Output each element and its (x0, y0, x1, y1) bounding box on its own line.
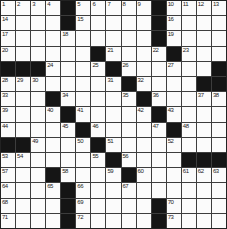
cell-r4c6[interactable] (76, 47, 90, 61)
cell-r4c15[interactable] (212, 47, 226, 61)
clue-number: 20 (2, 47, 8, 54)
cell-r9c9[interactable] (122, 123, 136, 137)
cell-r15c10[interactable] (137, 214, 151, 228)
cell-r14c15[interactable] (212, 199, 226, 213)
clue-number: 68 (2, 199, 8, 206)
cell-r5c4[interactable]: 24 (46, 62, 60, 76)
cell-r12c13[interactable]: 61 (182, 168, 196, 182)
black-cell-r11c14 (197, 153, 211, 167)
cell-r12c10[interactable]: 60 (137, 168, 151, 182)
cell-r14c3[interactable] (31, 199, 45, 213)
black-cell-r5c15 (212, 62, 226, 76)
clue-number: 66 (77, 183, 83, 190)
cell-r14c10[interactable] (137, 199, 151, 213)
cell-r4c4[interactable] (46, 47, 60, 61)
cell-r8c4[interactable]: 40 (46, 107, 60, 121)
cell-r8c12[interactable]: 43 (167, 107, 181, 121)
cell-r13c8[interactable] (106, 183, 120, 197)
cell-r13c2[interactable] (16, 183, 30, 197)
cell-r3c8[interactable] (106, 31, 120, 45)
clue-number: 60 (138, 168, 144, 175)
cell-r2c13[interactable] (182, 16, 196, 30)
cell-r7c12[interactable] (167, 92, 181, 106)
cell-r15c6[interactable]: 72 (76, 214, 90, 228)
clue-number: 13 (213, 1, 219, 8)
cell-r3c5[interactable]: 18 (61, 31, 75, 45)
cell-r12c12[interactable] (167, 168, 181, 182)
clue-number: 50 (77, 138, 83, 145)
cell-r5c6[interactable] (76, 62, 90, 76)
cell-r2c12[interactable]: 16 (167, 16, 181, 30)
clue-number: 26 (123, 62, 129, 69)
cell-r13c1[interactable]: 64 (1, 183, 15, 197)
clue-number: 61 (183, 168, 189, 175)
clue-number: 18 (62, 31, 68, 38)
clue-number: 21 (107, 47, 113, 54)
cell-r10c8[interactable]: 51 (106, 138, 120, 152)
cell-r15c4[interactable] (46, 214, 60, 228)
cell-r3c2[interactable] (16, 31, 30, 45)
cell-r12c1[interactable]: 57 (1, 168, 15, 182)
cell-r13c15[interactable] (212, 183, 226, 197)
cell-r9c15[interactable] (212, 123, 226, 137)
cell-r7c14[interactable]: 37 (197, 92, 211, 106)
cell-r6c11[interactable] (152, 77, 166, 91)
clue-number: 7 (107, 1, 110, 8)
cell-r12c7[interactable] (91, 168, 105, 182)
cell-r6c10[interactable]: 32 (137, 77, 151, 91)
cell-r5c11[interactable] (152, 62, 166, 76)
black-cell-r12c9 (122, 168, 136, 182)
cell-r15c12[interactable]: 73 (167, 214, 181, 228)
cell-r2c14[interactable] (197, 16, 211, 30)
cell-r6c2[interactable]: 29 (16, 77, 30, 91)
clue-number: 46 (92, 123, 98, 130)
clue-number: 63 (213, 168, 219, 175)
clue-number: 41 (77, 107, 83, 114)
clue-number: 9 (138, 1, 141, 8)
black-cell-r6c15 (212, 77, 226, 91)
cell-r9c4[interactable] (46, 123, 60, 137)
clue-number: 2 (17, 1, 20, 8)
clue-number: 55 (92, 153, 98, 160)
crossword-grid: 1234567891011121314151617181920212223242… (0, 0, 227, 229)
cell-r7c6[interactable] (76, 92, 90, 106)
clue-number: 65 (47, 183, 53, 190)
cell-r15c2[interactable] (16, 214, 30, 228)
cell-r5c13[interactable] (182, 62, 196, 76)
cell-r3c1[interactable]: 17 (1, 31, 15, 45)
clue-number: 67 (123, 183, 129, 190)
cell-r2c10[interactable] (137, 16, 151, 30)
cell-r4c5[interactable] (61, 47, 75, 61)
cell-r14c1[interactable]: 68 (1, 199, 15, 213)
clue-number: 5 (77, 1, 80, 8)
cell-r13c4[interactable]: 65 (46, 183, 60, 197)
cell-r2c6[interactable]: 15 (76, 16, 90, 30)
cell-r1c13[interactable]: 11 (182, 1, 196, 15)
clue-number: 64 (2, 183, 8, 190)
black-cell-r12c4 (46, 168, 60, 182)
cell-r3c4[interactable] (46, 31, 60, 45)
cell-r3c13[interactable] (182, 31, 196, 45)
clue-number: 42 (138, 107, 144, 114)
cell-r14c6[interactable]: 69 (76, 199, 90, 213)
clue-number: 16 (168, 16, 174, 23)
clue-number: 47 (153, 123, 159, 130)
cell-r12c3[interactable] (31, 168, 45, 182)
cell-r2c9[interactable] (122, 16, 136, 30)
cell-r11c4[interactable] (46, 153, 60, 167)
clue-number: 11 (183, 1, 188, 8)
cell-r9c1[interactable]: 44 (1, 123, 15, 137)
cell-r3c7[interactable] (91, 31, 105, 45)
cell-r9c13[interactable]: 48 (182, 123, 196, 137)
clue-number: 31 (107, 77, 113, 84)
cell-r10c5[interactable] (61, 138, 75, 152)
clue-number: 69 (77, 199, 83, 206)
clue-number: 22 (153, 47, 159, 54)
clue-number: 1 (2, 1, 5, 8)
cell-r3c6[interactable] (76, 31, 90, 45)
cell-r10c13[interactable] (182, 138, 196, 152)
cell-r4c3[interactable] (31, 47, 45, 61)
cell-r9c10[interactable] (137, 123, 151, 137)
clue-number: 37 (198, 92, 204, 99)
clue-number: 27 (168, 62, 174, 69)
clue-number: 54 (17, 153, 23, 160)
clue-number: 39 (2, 107, 8, 114)
cell-r13c10[interactable] (137, 183, 151, 197)
clue-number: 36 (153, 92, 159, 99)
cell-r7c7[interactable] (91, 92, 105, 106)
cell-r11c1[interactable]: 53 (1, 153, 15, 167)
cell-r1c15[interactable]: 13 (212, 1, 226, 15)
clue-number: 34 (62, 92, 68, 99)
cell-r3c15[interactable] (212, 31, 226, 45)
cell-r4c11[interactable]: 22 (152, 47, 166, 61)
cell-r5c5[interactable] (61, 62, 75, 76)
cell-r8c3[interactable] (31, 107, 45, 121)
clue-number: 40 (47, 107, 53, 114)
clue-number: 17 (2, 31, 8, 38)
cell-r1c10[interactable]: 9 (137, 1, 151, 15)
black-cell-r13c5 (61, 183, 75, 197)
cell-r2c3[interactable] (31, 16, 45, 30)
cell-r13c3[interactable] (31, 183, 45, 197)
cell-r1c6[interactable]: 5 (76, 1, 90, 15)
cell-r10c3[interactable]: 49 (31, 138, 45, 152)
cell-r8c13[interactable] (182, 107, 196, 121)
clue-number: 24 (47, 62, 53, 69)
cell-r7c8[interactable] (106, 92, 120, 106)
cell-r9c2[interactable] (16, 123, 30, 137)
cell-r6c7[interactable] (91, 77, 105, 91)
cell-r6c3[interactable]: 30 (31, 77, 45, 91)
cell-r14c14[interactable] (197, 199, 211, 213)
cell-r12c15[interactable]: 63 (212, 168, 226, 182)
cell-r15c7[interactable] (91, 214, 105, 228)
black-cell-r9c6 (76, 123, 90, 137)
black-cell-r11c13 (182, 153, 196, 167)
clue-number: 30 (32, 77, 38, 84)
cell-r8c15[interactable] (212, 107, 226, 121)
cell-r2c7[interactable] (91, 16, 105, 30)
cell-r1c2[interactable]: 2 (16, 1, 30, 15)
cell-r2c2[interactable] (16, 16, 30, 30)
cell-r6c4[interactable] (46, 77, 60, 91)
cell-r3c12[interactable]: 19 (167, 31, 181, 45)
cell-r14c9[interactable] (122, 199, 136, 213)
black-cell-r15c5 (61, 214, 75, 228)
cell-r13c9[interactable]: 67 (122, 183, 136, 197)
cell-r15c14[interactable] (197, 214, 211, 228)
cell-r7c1[interactable]: 33 (1, 92, 15, 106)
black-cell-r7c4 (46, 92, 60, 106)
cell-r8c14[interactable] (197, 107, 211, 121)
black-cell-r10c2 (16, 138, 30, 152)
cell-r5c10[interactable] (137, 62, 151, 76)
cell-r2c8[interactable] (106, 16, 120, 30)
clue-number: 23 (183, 47, 189, 54)
cell-r9c7[interactable]: 46 (91, 123, 105, 137)
clue-number: 35 (123, 92, 129, 99)
clue-number: 49 (32, 138, 38, 145)
cell-r11c12[interactable] (167, 153, 181, 167)
cell-r14c12[interactable]: 70 (167, 199, 181, 213)
cell-r6c1[interactable]: 28 (1, 77, 15, 91)
cell-r10c11[interactable] (152, 138, 166, 152)
black-cell-r15c11 (152, 214, 166, 228)
cell-r5c12[interactable]: 27 (167, 62, 181, 76)
cell-r7c13[interactable] (182, 92, 196, 106)
cell-r13c13[interactable] (182, 183, 196, 197)
black-cell-r2c11 (152, 16, 166, 30)
black-cell-r6c9 (122, 77, 136, 91)
cell-r7c3[interactable] (31, 92, 45, 106)
cell-r14c2[interactable] (16, 199, 30, 213)
cell-r14c13[interactable] (182, 199, 196, 213)
cell-r8c7[interactable] (91, 107, 105, 121)
clue-number: 28 (2, 77, 8, 84)
cell-r4c2[interactable] (16, 47, 30, 61)
clue-number: 33 (2, 92, 8, 99)
black-cell-r5c3 (31, 62, 45, 76)
black-cell-r11c8 (106, 153, 120, 167)
cell-r10c9[interactable] (122, 138, 136, 152)
cell-r8c2[interactable] (16, 107, 30, 121)
cell-r9c8[interactable] (106, 123, 120, 137)
cell-r7c9[interactable]: 35 (122, 92, 136, 106)
black-cell-r7c10 (137, 92, 151, 106)
cell-r2c4[interactable] (46, 16, 60, 30)
cell-r9c11[interactable]: 47 (152, 123, 166, 137)
black-cell-r8c11 (152, 107, 166, 121)
black-cell-r5c1 (1, 62, 15, 76)
black-cell-r1c5 (61, 1, 75, 15)
clue-number: 8 (123, 1, 126, 8)
clue-number: 10 (168, 1, 174, 8)
cell-r14c4[interactable] (46, 199, 60, 213)
cell-r6c8[interactable]: 31 (106, 77, 120, 91)
cell-r12c8[interactable]: 59 (106, 168, 120, 182)
cell-r1c12[interactable]: 10 (167, 1, 181, 15)
black-cell-r2c5 (61, 16, 75, 30)
clue-number: 51 (107, 138, 113, 145)
clue-number: 53 (2, 153, 8, 160)
cell-r3c3[interactable] (31, 31, 45, 45)
clue-number: 56 (123, 153, 129, 160)
clue-number: 29 (17, 77, 23, 84)
cell-r8c6[interactable]: 41 (76, 107, 90, 121)
black-cell-r4c12 (167, 47, 181, 61)
cell-r2c1[interactable]: 14 (1, 16, 15, 30)
cell-r13c6[interactable]: 66 (76, 183, 90, 197)
cell-r7c11[interactable]: 36 (152, 92, 166, 106)
black-cell-r4c7 (91, 47, 105, 61)
cell-r6c5[interactable] (61, 77, 75, 91)
cell-r1c4[interactable]: 4 (46, 1, 60, 15)
cell-r1c1[interactable]: 1 (1, 1, 15, 15)
clue-number: 73 (168, 214, 174, 221)
cell-r10c12[interactable]: 52 (167, 138, 181, 152)
black-cell-r9c12 (167, 123, 181, 137)
cell-r12c14[interactable]: 62 (197, 168, 211, 182)
black-cell-r8c5 (61, 107, 75, 121)
black-cell-r5c2 (16, 62, 30, 76)
cell-r10c15[interactable] (212, 138, 226, 152)
cell-r4c1[interactable]: 20 (1, 47, 15, 61)
cell-r4c10[interactable] (137, 47, 151, 61)
black-cell-r5c8 (106, 62, 120, 76)
cell-r15c15[interactable] (212, 214, 226, 228)
clue-number: 25 (92, 62, 98, 69)
clue-number: 32 (138, 77, 144, 84)
cell-r15c8[interactable] (106, 214, 120, 228)
cell-r6c6[interactable] (76, 77, 90, 91)
black-cell-r10c7 (91, 138, 105, 152)
cell-r8c8[interactable] (106, 107, 120, 121)
cell-r9c5[interactable]: 45 (61, 123, 75, 137)
cell-r15c9[interactable] (122, 214, 136, 228)
cell-r10c6[interactable]: 50 (76, 138, 90, 152)
clue-number: 57 (2, 168, 8, 175)
cell-r6c12[interactable] (167, 77, 181, 91)
cell-r8c10[interactable]: 42 (137, 107, 151, 121)
clue-number: 44 (2, 123, 8, 130)
clue-number: 48 (183, 123, 189, 130)
clue-number: 15 (77, 16, 83, 23)
clue-number: 6 (92, 1, 95, 8)
cell-r7c15[interactable]: 38 (212, 92, 226, 106)
cell-r1c7[interactable]: 6 (91, 1, 105, 15)
cell-r12c2[interactable] (16, 168, 30, 182)
cell-r9c3[interactable] (31, 123, 45, 137)
cell-r13c12[interactable] (167, 183, 181, 197)
cell-r3c14[interactable] (197, 31, 211, 45)
cell-r8c1[interactable]: 39 (1, 107, 15, 121)
cell-r10c10[interactable] (137, 138, 151, 152)
cell-r11c5[interactable] (61, 153, 75, 167)
black-cell-r3c11 (152, 31, 166, 45)
cell-r6c13[interactable] (182, 77, 196, 91)
clue-number: 62 (198, 168, 204, 175)
cell-r11c10[interactable] (137, 153, 151, 167)
black-cell-r14c5 (61, 199, 75, 213)
clue-number: 19 (168, 31, 174, 38)
cell-r4c8[interactable]: 21 (106, 47, 120, 61)
cell-r11c6[interactable] (76, 153, 90, 167)
cell-r11c2[interactable]: 54 (16, 153, 30, 167)
cell-r14c8[interactable] (106, 199, 120, 213)
cell-r1c9[interactable]: 8 (122, 1, 136, 15)
cell-r4c9[interactable] (122, 47, 136, 61)
cell-r3c10[interactable] (137, 31, 151, 45)
cell-r1c3[interactable]: 3 (31, 1, 45, 15)
clue-number: 14 (2, 16, 8, 23)
black-cell-r11c15 (212, 153, 226, 167)
cell-r9c14[interactable] (197, 123, 211, 137)
cell-r12c11[interactable] (152, 168, 166, 182)
cell-r15c13[interactable] (182, 214, 196, 228)
cell-r14c7[interactable] (91, 199, 105, 213)
cell-r4c14[interactable] (197, 47, 211, 61)
cell-r11c11[interactable] (152, 153, 166, 167)
cell-r5c7[interactable]: 25 (91, 62, 105, 76)
cell-r10c4[interactable] (46, 138, 60, 152)
cell-r3c9[interactable] (122, 31, 136, 45)
clue-number: 12 (198, 1, 204, 8)
cell-r13c7[interactable] (91, 183, 105, 197)
clue-number: 71 (2, 214, 8, 221)
cell-r1c14[interactable]: 12 (197, 1, 211, 15)
cell-r13c14[interactable] (197, 183, 211, 197)
clue-number: 58 (62, 168, 68, 175)
cell-r7c2[interactable] (16, 92, 30, 106)
cell-r12c6[interactable] (76, 168, 90, 182)
clue-number: 38 (213, 92, 219, 99)
cell-r5c14[interactable] (197, 62, 211, 76)
clue-number: 45 (62, 123, 68, 130)
cell-r8c9[interactable] (122, 107, 136, 121)
cell-r2c15[interactable] (212, 16, 226, 30)
clue-number: 43 (168, 107, 174, 114)
clue-number: 59 (107, 168, 113, 175)
cell-r7c5[interactable]: 34 (61, 92, 75, 106)
cell-r11c7[interactable]: 55 (91, 153, 105, 167)
clue-number: 52 (168, 138, 174, 145)
cell-r11c9[interactable]: 56 (122, 153, 136, 167)
cell-r15c1[interactable]: 71 (1, 214, 15, 228)
clue-number: 72 (77, 214, 83, 221)
black-cell-r14c11 (152, 199, 166, 213)
cell-r1c8[interactable]: 7 (106, 1, 120, 15)
cell-r5c9[interactable]: 26 (122, 62, 136, 76)
black-cell-r10c1 (1, 138, 15, 152)
cell-r13c11[interactable] (152, 183, 166, 197)
cell-r15c3[interactable] (31, 214, 45, 228)
cell-r4c13[interactable]: 23 (182, 47, 196, 61)
black-cell-r6c14 (197, 77, 211, 91)
cell-r11c3[interactable] (31, 153, 45, 167)
clue-number: 70 (168, 199, 174, 206)
cell-r10c14[interactable] (197, 138, 211, 152)
clue-number: 3 (32, 1, 35, 8)
black-cell-r1c11 (152, 1, 166, 15)
clue-number: 4 (47, 1, 50, 8)
cell-r12c5[interactable]: 58 (61, 168, 75, 182)
